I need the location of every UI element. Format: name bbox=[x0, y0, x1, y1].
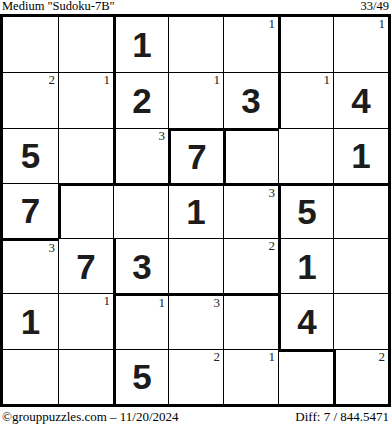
given-digit: 5 bbox=[116, 350, 168, 404]
cell-r4c1[interactable]: 7 bbox=[3, 183, 58, 238]
cell-r6c6[interactable]: 4 bbox=[278, 293, 333, 348]
cell-r1c3[interactable]: 1 bbox=[113, 17, 168, 72]
cell-r5c1[interactable]: 3 bbox=[3, 238, 58, 293]
cell-r5c7[interactable] bbox=[333, 238, 388, 293]
cell-r2c7[interactable]: 4 bbox=[333, 72, 388, 127]
cell-r5c2[interactable]: 7 bbox=[58, 238, 113, 293]
cell-r7c7[interactable]: 2 bbox=[333, 349, 388, 404]
cell-r1c7[interactable]: 1 bbox=[333, 17, 388, 72]
cell-r2c5[interactable]: 3 bbox=[223, 72, 278, 127]
cell-r4c2[interactable] bbox=[58, 183, 113, 238]
board: 11121213145371713537321111345212 bbox=[0, 14, 391, 407]
pencil-mark: 1 bbox=[269, 17, 276, 31]
given-digit: 5 bbox=[3, 129, 58, 183]
title-bar: Medium "Sudoku-7B" 33/49 bbox=[0, 0, 391, 14]
pencil-mark: 3 bbox=[269, 186, 276, 200]
cell-r4c3[interactable] bbox=[113, 183, 168, 238]
difficulty-text: Diff: 7 / 844.5471 bbox=[295, 410, 389, 424]
cell-r2c2[interactable]: 1 bbox=[58, 72, 113, 127]
pencil-mark: 1 bbox=[104, 294, 111, 308]
given-digit: 3 bbox=[116, 239, 168, 293]
cell-r6c7[interactable] bbox=[333, 293, 388, 348]
cell-r3c5[interactable] bbox=[223, 128, 278, 183]
progress-counter: 33/49 bbox=[361, 0, 389, 13]
cell-r2c3[interactable]: 2 bbox=[113, 72, 168, 127]
given-digit: 7 bbox=[171, 131, 223, 183]
cell-r4c6[interactable]: 5 bbox=[278, 183, 333, 238]
cell-r3c3[interactable]: 3 bbox=[113, 128, 168, 183]
cell-r2c4[interactable]: 1 bbox=[168, 72, 223, 127]
pencil-mark: 1 bbox=[159, 296, 166, 310]
cell-r7c5[interactable]: 1 bbox=[223, 349, 278, 404]
pencil-mark: 2 bbox=[214, 350, 221, 364]
pencil-mark: 1 bbox=[104, 73, 111, 87]
pencil-mark: 1 bbox=[269, 350, 276, 364]
pencil-mark: 1 bbox=[214, 73, 221, 87]
given-digit: 1 bbox=[281, 239, 333, 293]
cell-r1c5[interactable]: 1 bbox=[223, 17, 278, 72]
cell-r1c4[interactable] bbox=[168, 17, 223, 72]
given-digit: 4 bbox=[281, 294, 333, 348]
cell-r3c4[interactable]: 7 bbox=[168, 128, 223, 183]
cell-r5c3[interactable]: 3 bbox=[113, 238, 168, 293]
pencil-mark: 2 bbox=[269, 239, 276, 253]
cell-r7c3[interactable]: 5 bbox=[113, 349, 168, 404]
given-digit: 1 bbox=[334, 129, 388, 183]
cell-r4c4[interactable]: 1 bbox=[168, 183, 223, 238]
given-digit: 1 bbox=[116, 17, 168, 72]
cell-r2c6[interactable]: 1 bbox=[278, 72, 333, 127]
cell-r6c1[interactable]: 1 bbox=[3, 293, 58, 348]
cell-r1c1[interactable] bbox=[3, 17, 58, 72]
cell-r5c6[interactable]: 1 bbox=[278, 238, 333, 293]
given-digit: 3 bbox=[224, 73, 278, 127]
pencil-mark: 2 bbox=[379, 350, 386, 364]
copyright-text: ©grouppuzzles.com – 11/20/2024 bbox=[2, 410, 179, 424]
cell-r6c4[interactable]: 3 bbox=[168, 293, 223, 348]
cell-r3c7[interactable]: 1 bbox=[333, 128, 388, 183]
cell-r4c7[interactable] bbox=[333, 183, 388, 238]
cell-r7c4[interactable]: 2 bbox=[168, 349, 223, 404]
pencil-mark: 3 bbox=[49, 241, 56, 255]
cell-r6c3[interactable]: 1 bbox=[113, 293, 168, 348]
pencil-mark: 3 bbox=[159, 129, 166, 143]
pencil-mark: 1 bbox=[324, 73, 331, 87]
footer: ©grouppuzzles.com – 11/20/2024 Diff: 7 /… bbox=[0, 407, 391, 424]
cell-r6c2[interactable]: 1 bbox=[58, 293, 113, 348]
cell-r5c4[interactable] bbox=[168, 238, 223, 293]
given-digit: 1 bbox=[3, 294, 58, 348]
cell-r7c6[interactable] bbox=[278, 349, 333, 404]
cell-r1c6[interactable] bbox=[278, 17, 333, 72]
cell-r6c5[interactable] bbox=[223, 293, 278, 348]
given-digit: 4 bbox=[334, 73, 388, 127]
cell-r3c1[interactable]: 5 bbox=[3, 128, 58, 183]
cell-r7c1[interactable] bbox=[3, 349, 58, 404]
cell-r7c2[interactable] bbox=[58, 349, 113, 404]
cell-r1c2[interactable] bbox=[58, 17, 113, 72]
given-digit: 7 bbox=[59, 239, 113, 293]
pencil-mark: 2 bbox=[49, 73, 56, 87]
cell-r3c6[interactable] bbox=[278, 128, 333, 183]
given-digit: 2 bbox=[116, 73, 168, 127]
given-digit: 7 bbox=[3, 184, 58, 238]
given-digit: 5 bbox=[281, 186, 333, 238]
cell-r2c1[interactable]: 2 bbox=[3, 72, 58, 127]
pencil-mark: 1 bbox=[379, 17, 386, 31]
given-digit: 1 bbox=[169, 186, 223, 238]
cell-r4c5[interactable]: 3 bbox=[223, 183, 278, 238]
cell-r5c5[interactable]: 2 bbox=[223, 238, 278, 293]
pencil-mark: 3 bbox=[214, 296, 221, 310]
puzzle-title: Medium "Sudoku-7B" bbox=[2, 0, 115, 13]
cell-r3c2[interactable] bbox=[58, 128, 113, 183]
